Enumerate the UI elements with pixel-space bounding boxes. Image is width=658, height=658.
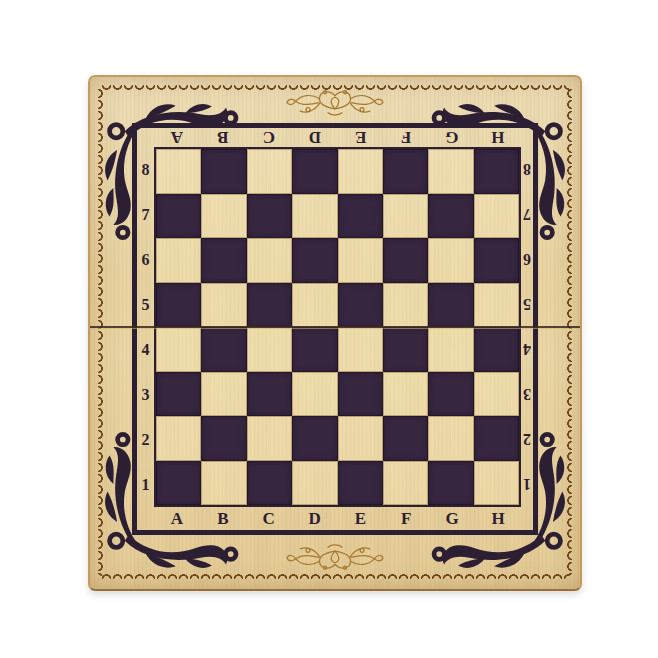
chess-board: ABCDEFGH 87654321 87654321 ABCDEFGH bbox=[88, 75, 582, 591]
rank-label-right-3: 3 bbox=[521, 372, 533, 417]
square-h6[interactable] bbox=[474, 238, 519, 283]
square-e6[interactable] bbox=[338, 238, 383, 283]
file-label-bottom-c: C bbox=[246, 507, 292, 530]
square-h8[interactable] bbox=[474, 149, 519, 194]
square-b4[interactable] bbox=[201, 327, 246, 372]
file-label-bottom-b: B bbox=[200, 507, 246, 530]
square-f1[interactable] bbox=[383, 461, 428, 506]
file-labels-top: ABCDEFGH bbox=[154, 128, 521, 147]
square-f2[interactable] bbox=[383, 416, 428, 461]
square-e4[interactable] bbox=[338, 327, 383, 372]
file-label-top-d: D bbox=[292, 128, 338, 147]
scallop-border-left bbox=[98, 88, 106, 576]
square-g8[interactable] bbox=[428, 149, 473, 194]
scallop-border-bottom bbox=[101, 571, 569, 579]
square-a8[interactable] bbox=[156, 149, 201, 194]
square-e5[interactable] bbox=[338, 283, 383, 328]
board-frame: ABCDEFGH 87654321 87654321 ABCDEFGH bbox=[132, 123, 538, 535]
square-h7[interactable] bbox=[474, 194, 519, 239]
square-h4[interactable] bbox=[474, 327, 519, 372]
square-c3[interactable] bbox=[247, 372, 292, 417]
file-label-top-h: H bbox=[475, 128, 521, 147]
square-d1[interactable] bbox=[292, 461, 337, 506]
square-a2[interactable] bbox=[156, 416, 201, 461]
file-label-top-b: B bbox=[200, 128, 246, 147]
square-d5[interactable] bbox=[292, 283, 337, 328]
square-f5[interactable] bbox=[383, 283, 428, 328]
square-f8[interactable] bbox=[383, 149, 428, 194]
square-f7[interactable] bbox=[383, 194, 428, 239]
file-label-bottom-g: G bbox=[429, 507, 475, 530]
square-h3[interactable] bbox=[474, 372, 519, 417]
square-c1[interactable] bbox=[247, 461, 292, 506]
square-e1[interactable] bbox=[338, 461, 383, 506]
square-b1[interactable] bbox=[201, 461, 246, 506]
rank-labels-right: 87654321 bbox=[521, 147, 533, 507]
rank-label-right-2: 2 bbox=[521, 417, 533, 462]
file-label-bottom-e: E bbox=[338, 507, 384, 530]
rank-label-left-3: 3 bbox=[137, 372, 154, 417]
rank-label-left-6: 6 bbox=[137, 237, 154, 282]
square-b6[interactable] bbox=[201, 238, 246, 283]
file-label-top-c: C bbox=[246, 128, 292, 147]
rank-label-right-6: 6 bbox=[521, 237, 533, 282]
square-c2[interactable] bbox=[247, 416, 292, 461]
square-b2[interactable] bbox=[201, 416, 246, 461]
square-d8[interactable] bbox=[292, 149, 337, 194]
filigree-ornament-top-icon bbox=[280, 88, 390, 122]
squares-grid bbox=[154, 147, 521, 507]
square-f6[interactable] bbox=[383, 238, 428, 283]
file-label-bottom-h: H bbox=[475, 507, 521, 530]
square-d2[interactable] bbox=[292, 416, 337, 461]
square-a3[interactable] bbox=[156, 372, 201, 417]
square-f3[interactable] bbox=[383, 372, 428, 417]
scallop-border-top bbox=[101, 85, 569, 93]
rank-label-left-5: 5 bbox=[137, 282, 154, 327]
square-a1[interactable] bbox=[156, 461, 201, 506]
filigree-ornament-bottom-icon bbox=[280, 538, 390, 572]
file-label-bottom-d: D bbox=[292, 507, 338, 530]
rank-label-right-8: 8 bbox=[521, 147, 533, 192]
square-b5[interactable] bbox=[201, 283, 246, 328]
rank-label-left-7: 7 bbox=[137, 192, 154, 237]
rank-label-right-5: 5 bbox=[521, 282, 533, 327]
square-d7[interactable] bbox=[292, 194, 337, 239]
square-c8[interactable] bbox=[247, 149, 292, 194]
square-a7[interactable] bbox=[156, 194, 201, 239]
file-label-bottom-f: F bbox=[383, 507, 429, 530]
rank-label-left-2: 2 bbox=[137, 417, 154, 462]
square-g4[interactable] bbox=[428, 327, 473, 372]
square-c4[interactable] bbox=[247, 327, 292, 372]
file-label-top-f: F bbox=[383, 128, 429, 147]
square-d4[interactable] bbox=[292, 327, 337, 372]
square-d3[interactable] bbox=[292, 372, 337, 417]
square-b3[interactable] bbox=[201, 372, 246, 417]
file-labels-bottom: ABCDEFGH bbox=[154, 507, 521, 530]
rank-label-right-4: 4 bbox=[521, 327, 533, 372]
square-g2[interactable] bbox=[428, 416, 473, 461]
square-d6[interactable] bbox=[292, 238, 337, 283]
square-h2[interactable] bbox=[474, 416, 519, 461]
square-f4[interactable] bbox=[383, 327, 428, 372]
square-e3[interactable] bbox=[338, 372, 383, 417]
square-c6[interactable] bbox=[247, 238, 292, 283]
square-a4[interactable] bbox=[156, 327, 201, 372]
square-c5[interactable] bbox=[247, 283, 292, 328]
rank-label-left-4: 4 bbox=[137, 327, 154, 372]
square-e7[interactable] bbox=[338, 194, 383, 239]
rank-label-left-1: 1 bbox=[137, 462, 154, 507]
square-g5[interactable] bbox=[428, 283, 473, 328]
rank-label-left-8: 8 bbox=[137, 147, 154, 192]
square-a5[interactable] bbox=[156, 283, 201, 328]
rank-label-right-1: 1 bbox=[521, 462, 533, 507]
file-label-bottom-a: A bbox=[154, 507, 200, 530]
scallop-border-right bbox=[564, 88, 572, 576]
page-background: ABCDEFGH 87654321 87654321 ABCDEFGH bbox=[0, 0, 658, 658]
square-h1[interactable] bbox=[474, 461, 519, 506]
file-label-top-a: A bbox=[154, 128, 200, 147]
square-e8[interactable] bbox=[338, 149, 383, 194]
square-g1[interactable] bbox=[428, 461, 473, 506]
square-c7[interactable] bbox=[247, 194, 292, 239]
square-a6[interactable] bbox=[156, 238, 201, 283]
square-g3[interactable] bbox=[428, 372, 473, 417]
rank-label-right-7: 7 bbox=[521, 192, 533, 237]
square-b8[interactable] bbox=[201, 149, 246, 194]
square-e2[interactable] bbox=[338, 416, 383, 461]
square-b7[interactable] bbox=[201, 194, 246, 239]
rank-labels-left: 87654321 bbox=[137, 147, 154, 507]
file-label-top-e: E bbox=[338, 128, 384, 147]
square-g6[interactable] bbox=[428, 238, 473, 283]
file-label-top-g: G bbox=[429, 128, 475, 147]
square-h5[interactable] bbox=[474, 283, 519, 328]
square-g7[interactable] bbox=[428, 194, 473, 239]
